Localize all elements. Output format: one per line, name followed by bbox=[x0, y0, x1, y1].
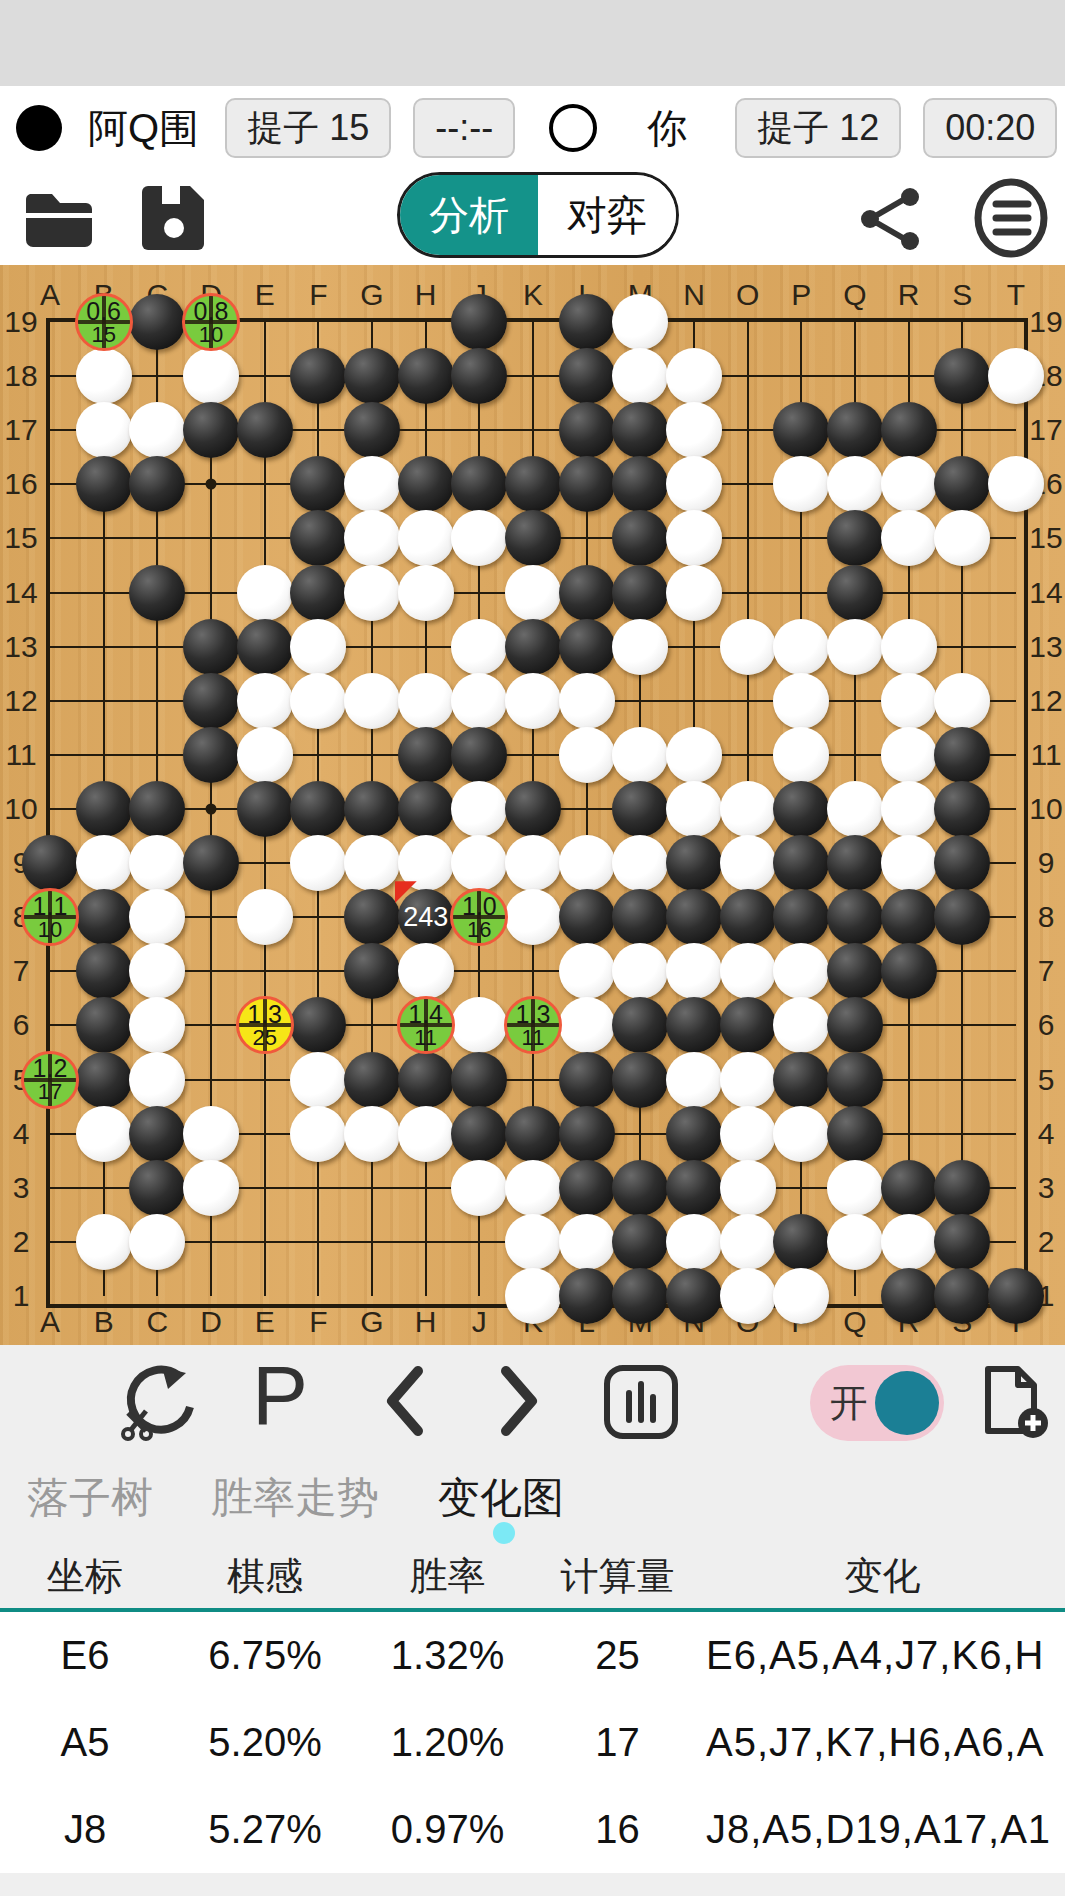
suggestion-winrate: 1.1 bbox=[33, 894, 68, 919]
row-number-left: 19 bbox=[4, 305, 37, 339]
variation-row-J8[interactable]: J85.27%0.97%16J8,A5,D19,A17,A1 bbox=[0, 1786, 1065, 1873]
stone-white-R15 bbox=[881, 510, 937, 566]
star-point bbox=[206, 804, 217, 815]
player-bar: 阿Q围 提子 15 --:-- 你 提子 12 00:20 bbox=[0, 86, 1065, 170]
column-letter-bottom: G bbox=[360, 1305, 383, 1339]
suggestion-winrate: 1.3 bbox=[247, 1002, 282, 1027]
tab-move-tree[interactable]: 落子树 bbox=[27, 1470, 153, 1526]
stone-white-B4 bbox=[76, 1106, 132, 1162]
stone-white-O1 bbox=[720, 1268, 776, 1324]
stone-black-R17 bbox=[881, 402, 937, 458]
stone-black-C19 bbox=[129, 294, 185, 350]
black-player-stone-icon bbox=[16, 105, 62, 151]
stone-white-N5 bbox=[666, 1052, 722, 1108]
row-number-right: 13 bbox=[1029, 630, 1062, 664]
stone-white-C6 bbox=[129, 997, 185, 1053]
cell-variation: E6,A5,A4,J7,K6,H bbox=[700, 1633, 1065, 1678]
navigation-toolbar: P 开 bbox=[0, 1345, 1065, 1460]
stone-white-M19 bbox=[612, 294, 668, 350]
stone-white-E12 bbox=[237, 673, 293, 729]
stone-white-P4 bbox=[773, 1106, 829, 1162]
row-number-left: 4 bbox=[13, 1117, 30, 1151]
stone-black-H5 bbox=[398, 1052, 454, 1108]
prev-move-button[interactable] bbox=[384, 1365, 426, 1437]
stone-black-G8 bbox=[344, 889, 400, 945]
stone-black-G5 bbox=[344, 1052, 400, 1108]
column-letter-top: A bbox=[40, 278, 60, 312]
suggestion-winrate: 1.2 bbox=[33, 1056, 68, 1081]
stone-black-N1 bbox=[666, 1268, 722, 1324]
stone-white-H12 bbox=[398, 673, 454, 729]
stone-black-P10 bbox=[773, 781, 829, 837]
stone-black-Q5 bbox=[827, 1052, 883, 1108]
stone-white-O3 bbox=[720, 1160, 776, 1216]
stone-black-D11 bbox=[183, 727, 239, 783]
stone-white-T18 bbox=[988, 348, 1044, 404]
stone-black-R1 bbox=[881, 1268, 937, 1324]
stone-white-S12 bbox=[934, 673, 990, 729]
col-winrate: 胜率 bbox=[360, 1551, 535, 1602]
stone-white-H4 bbox=[398, 1106, 454, 1162]
chart-button[interactable] bbox=[602, 1363, 680, 1441]
cell-policy: 5.20% bbox=[170, 1720, 360, 1765]
stone-black-C10 bbox=[129, 781, 185, 837]
tab-variation-diagram[interactable]: 变化图 bbox=[438, 1470, 564, 1526]
stone-black-S8 bbox=[934, 889, 990, 945]
cell-visits: 16 bbox=[535, 1807, 700, 1852]
stone-black-D12 bbox=[183, 673, 239, 729]
stone-black-M10 bbox=[612, 781, 668, 837]
stone-white-F4 bbox=[290, 1106, 346, 1162]
stone-white-K12 bbox=[505, 673, 561, 729]
stone-white-R12 bbox=[881, 673, 937, 729]
stone-black-M1 bbox=[612, 1268, 668, 1324]
black-captures-badge: 提子 15 bbox=[225, 98, 391, 158]
column-letter-bottom: C bbox=[146, 1305, 168, 1339]
stone-white-O10 bbox=[720, 781, 776, 837]
stone-white-P16 bbox=[773, 456, 829, 512]
row-number-left: 17 bbox=[4, 413, 37, 447]
stone-black-B10 bbox=[76, 781, 132, 837]
suggestion-D19[interactable]: 0.810 bbox=[182, 293, 240, 351]
chevron-left-icon bbox=[384, 1365, 426, 1437]
column-letter-bottom: F bbox=[309, 1305, 327, 1339]
column-letter-bottom: E bbox=[255, 1305, 275, 1339]
stone-black-R8 bbox=[881, 889, 937, 945]
cell-winrate: 1.20% bbox=[360, 1720, 535, 1765]
cell-variation: A5,J7,K7,H6,A6,A bbox=[700, 1720, 1065, 1765]
black-clock: --:-- bbox=[413, 98, 515, 158]
stone-white-E8 bbox=[237, 889, 293, 945]
stone-white-F5 bbox=[290, 1052, 346, 1108]
stone-black-S2 bbox=[934, 1214, 990, 1270]
stone-white-M11 bbox=[612, 727, 668, 783]
stone-black-F6 bbox=[290, 997, 346, 1053]
save-button[interactable] bbox=[140, 182, 210, 252]
stone-black-O8 bbox=[720, 889, 776, 945]
stone-white-N16 bbox=[666, 456, 722, 512]
stone-white-N15 bbox=[666, 510, 722, 566]
save-icon bbox=[140, 182, 210, 252]
share-icon bbox=[858, 186, 924, 252]
stone-white-O2 bbox=[720, 1214, 776, 1270]
stone-white-L7 bbox=[559, 943, 615, 999]
stone-black-O6 bbox=[720, 997, 776, 1053]
stone-white-D3 bbox=[183, 1160, 239, 1216]
suggestion-A8[interactable]: 1.110 bbox=[21, 888, 79, 946]
stone-white-K2 bbox=[505, 1214, 561, 1270]
stone-black-C16 bbox=[129, 456, 185, 512]
go-board[interactable]: AABBCCDDEEFFGGHHJJKKLLMMNNOOPPQQRRSSTT19… bbox=[0, 265, 1065, 1345]
stone-white-N11 bbox=[666, 727, 722, 783]
stone-white-H15 bbox=[398, 510, 454, 566]
stone-black-G18 bbox=[344, 348, 400, 404]
stone-white-R9 bbox=[881, 835, 937, 891]
cell-policy: 5.27% bbox=[170, 1807, 360, 1852]
mode-analysis-button[interactable]: 分析 bbox=[400, 175, 538, 255]
row-number-right: 10 bbox=[1029, 792, 1062, 826]
stone-white-G4 bbox=[344, 1106, 400, 1162]
stone-black-F16 bbox=[290, 456, 346, 512]
stone-black-L19 bbox=[559, 294, 615, 350]
stone-black-H18 bbox=[398, 348, 454, 404]
white-player-stone-icon bbox=[549, 104, 597, 152]
column-letter-bottom: B bbox=[94, 1305, 114, 1339]
stone-white-E14 bbox=[237, 565, 293, 621]
white-player-name: 你 bbox=[647, 101, 687, 156]
stone-white-C2 bbox=[129, 1214, 185, 1270]
stone-black-S18 bbox=[934, 348, 990, 404]
stone-white-C9 bbox=[129, 835, 185, 891]
stone-black-G10 bbox=[344, 781, 400, 837]
suggestion-A5[interactable]: 1.217 bbox=[21, 1051, 79, 1109]
col-coord: 坐标 bbox=[0, 1551, 170, 1602]
stone-white-P12 bbox=[773, 673, 829, 729]
stone-black-B16 bbox=[76, 456, 132, 512]
suggestion-K6[interactable]: 1.311 bbox=[504, 996, 562, 1054]
stone-white-L9 bbox=[559, 835, 615, 891]
row-number-right: 11 bbox=[1030, 738, 1061, 772]
cell-winrate: 0.97% bbox=[360, 1807, 535, 1852]
row-number-left: 18 bbox=[4, 359, 37, 393]
stone-black-D17 bbox=[183, 402, 239, 458]
stone-black-E13 bbox=[237, 619, 293, 675]
row-number-left: 10 bbox=[4, 792, 37, 826]
undo-cut-button[interactable] bbox=[116, 1363, 200, 1443]
stone-black-G7 bbox=[344, 943, 400, 999]
stone-black-Q15 bbox=[827, 510, 883, 566]
column-letter-top: F bbox=[309, 278, 327, 312]
row-number-right: 19 bbox=[1029, 305, 1062, 339]
stone-white-M13 bbox=[612, 619, 668, 675]
stone-white-O7 bbox=[720, 943, 776, 999]
stone-black-S10 bbox=[934, 781, 990, 837]
stone-white-G12 bbox=[344, 673, 400, 729]
stone-black-F15 bbox=[290, 510, 346, 566]
suggestion-winrate: 1.0 bbox=[462, 894, 497, 919]
suggestion-winrate: 0.6 bbox=[86, 299, 121, 324]
stone-black-M6 bbox=[612, 997, 668, 1053]
tab-winrate-trend[interactable]: 胜率走势 bbox=[211, 1470, 379, 1526]
suggestion-visits: 16 bbox=[467, 919, 491, 941]
stone-black-D9 bbox=[183, 835, 239, 891]
stone-white-O5 bbox=[720, 1052, 776, 1108]
stone-black-P8 bbox=[773, 889, 829, 945]
column-letter-bottom: J bbox=[472, 1305, 487, 1339]
stone-black-B5 bbox=[76, 1052, 132, 1108]
stone-white-K3 bbox=[505, 1160, 561, 1216]
row-number-right: 2 bbox=[1038, 1225, 1055, 1259]
row-number-left: 3 bbox=[13, 1171, 30, 1205]
stone-black-G17 bbox=[344, 402, 400, 458]
row-number-right: 15 bbox=[1029, 521, 1062, 555]
stone-black-S16 bbox=[934, 456, 990, 512]
stone-white-G16 bbox=[344, 456, 400, 512]
suggestion-visits: 25 bbox=[252, 1027, 276, 1049]
variation-row-A5[interactable]: A55.20%1.20%17A5,J7,K7,H6,A6,A bbox=[0, 1699, 1065, 1786]
black-player-name: 阿Q围 bbox=[88, 101, 199, 156]
row-number-left: 16 bbox=[4, 467, 37, 501]
stone-black-B6 bbox=[76, 997, 132, 1053]
stone-white-C8 bbox=[129, 889, 185, 945]
stone-black-Q8 bbox=[827, 889, 883, 945]
stone-black-M8 bbox=[612, 889, 668, 945]
white-clock: 00:20 bbox=[923, 98, 1057, 158]
stone-black-L1 bbox=[559, 1268, 615, 1324]
row-number-left: 6 bbox=[13, 1008, 30, 1042]
col-policy: 棋感 bbox=[170, 1551, 360, 1602]
tabs-row: 落子树 胜率走势 变化图 bbox=[0, 1460, 1065, 1545]
analysis-table-body: E66.75%1.32%25E6,A5,A4,J7,K6,HA55.20%1.2… bbox=[0, 1612, 1065, 1873]
stone-black-N3 bbox=[666, 1160, 722, 1216]
stone-black-K13 bbox=[505, 619, 561, 675]
stone-white-O9 bbox=[720, 835, 776, 891]
stone-black-J19 bbox=[451, 294, 507, 350]
menu-icon bbox=[972, 178, 1050, 258]
column-letter-top: O bbox=[736, 278, 759, 312]
stone-black-F10 bbox=[290, 781, 346, 837]
stone-black-Q14 bbox=[827, 565, 883, 621]
stone-white-M18 bbox=[612, 348, 668, 404]
stone-white-Q2 bbox=[827, 1214, 883, 1270]
stone-black-P5 bbox=[773, 1052, 829, 1108]
row-number-left: 2 bbox=[13, 1225, 30, 1259]
variation-row-E6[interactable]: E66.75%1.32%25E6,A5,A4,J7,K6,H bbox=[0, 1612, 1065, 1699]
row-number-right: 17 bbox=[1029, 413, 1062, 447]
toggle-knob bbox=[875, 1371, 939, 1435]
stone-white-H14 bbox=[398, 565, 454, 621]
column-letter-bottom: A bbox=[40, 1305, 60, 1339]
stone-black-E17 bbox=[237, 402, 293, 458]
column-letter-top: E bbox=[255, 278, 275, 312]
stone-black-L13 bbox=[559, 619, 615, 675]
stone-white-P13 bbox=[773, 619, 829, 675]
analysis-on-toggle[interactable]: 开 bbox=[810, 1365, 944, 1441]
suggestion-H6[interactable]: 1.411 bbox=[397, 996, 455, 1054]
column-letter-top: G bbox=[360, 278, 383, 312]
stone-white-K8 bbox=[505, 889, 561, 945]
stone-black-K10 bbox=[505, 781, 561, 837]
stone-black-K15 bbox=[505, 510, 561, 566]
stone-white-M9 bbox=[612, 835, 668, 891]
stone-black-H16 bbox=[398, 456, 454, 512]
column-letter-bottom: D bbox=[200, 1305, 222, 1339]
stone-black-C3 bbox=[129, 1160, 185, 1216]
row-number-left: 1 bbox=[13, 1279, 30, 1313]
stone-white-C7 bbox=[129, 943, 185, 999]
stone-white-B17 bbox=[76, 402, 132, 458]
stone-white-N7 bbox=[666, 943, 722, 999]
stone-white-G15 bbox=[344, 510, 400, 566]
stone-black-B8 bbox=[76, 889, 132, 945]
stone-black-J16 bbox=[451, 456, 507, 512]
cell-coord: A5 bbox=[0, 1720, 170, 1765]
stone-white-Q13 bbox=[827, 619, 883, 675]
suggestion-B19[interactable]: 0.615 bbox=[75, 293, 133, 351]
stone-white-Q3 bbox=[827, 1160, 883, 1216]
share-button[interactable] bbox=[858, 186, 924, 252]
suggestion-E6[interactable]: 1.325 bbox=[236, 996, 294, 1054]
cell-variation: J8,A5,D19,A17,A1 bbox=[700, 1807, 1065, 1852]
cell-winrate: 1.32% bbox=[360, 1633, 535, 1678]
stone-white-C17 bbox=[129, 402, 185, 458]
stone-black-L17 bbox=[559, 402, 615, 458]
mode-play-button[interactable]: 对弈 bbox=[538, 175, 676, 255]
stone-white-R10 bbox=[881, 781, 937, 837]
col-variation: 变化 bbox=[700, 1551, 1065, 1602]
stone-white-R16 bbox=[881, 456, 937, 512]
stone-white-K9 bbox=[505, 835, 561, 891]
stone-black-R7 bbox=[881, 943, 937, 999]
stone-white-H7 bbox=[398, 943, 454, 999]
stone-black-P9 bbox=[773, 835, 829, 891]
column-letter-top: Q bbox=[843, 278, 866, 312]
stone-white-S15 bbox=[934, 510, 990, 566]
column-letter-top: S bbox=[952, 278, 972, 312]
row-number-right: 12 bbox=[1029, 684, 1062, 718]
stone-white-L6 bbox=[559, 997, 615, 1053]
suggestion-visits: 15 bbox=[91, 324, 115, 346]
stone-white-Q10 bbox=[827, 781, 883, 837]
stone-white-G14 bbox=[344, 565, 400, 621]
stone-white-J15 bbox=[451, 510, 507, 566]
stone-black-K4 bbox=[505, 1106, 561, 1162]
stone-white-R13 bbox=[881, 619, 937, 675]
stone-white-Q16 bbox=[827, 456, 883, 512]
row-number-left: 12 bbox=[4, 684, 37, 718]
stone-white-P11 bbox=[773, 727, 829, 783]
stone-white-B2 bbox=[76, 1214, 132, 1270]
suggestion-visits: 17 bbox=[38, 1081, 62, 1103]
stone-white-R2 bbox=[881, 1214, 937, 1270]
stone-black-L16 bbox=[559, 456, 615, 512]
column-letter-top: T bbox=[1007, 278, 1025, 312]
suggestion-visits: 10 bbox=[199, 324, 223, 346]
stone-black-P17 bbox=[773, 402, 829, 458]
active-tab-dot bbox=[493, 1522, 515, 1544]
suggestion-winrate: 1.4 bbox=[408, 1002, 443, 1027]
stone-white-J12 bbox=[451, 673, 507, 729]
stone-black-J4 bbox=[451, 1106, 507, 1162]
pass-button[interactable]: P bbox=[252, 1347, 308, 1444]
stone-black-Q7 bbox=[827, 943, 883, 999]
stone-white-N17 bbox=[666, 402, 722, 458]
stone-black-C14 bbox=[129, 565, 185, 621]
stone-white-J6 bbox=[451, 997, 507, 1053]
cell-visits: 25 bbox=[535, 1633, 700, 1678]
next-move-button[interactable] bbox=[498, 1365, 540, 1437]
stone-black-L5 bbox=[559, 1052, 615, 1108]
stone-white-N14 bbox=[666, 565, 722, 621]
top-toolbar: 分析 对弈 bbox=[0, 170, 1065, 265]
stone-white-G9 bbox=[344, 835, 400, 891]
stone-white-J9 bbox=[451, 835, 507, 891]
stone-black-C4 bbox=[129, 1106, 185, 1162]
stone-white-P1 bbox=[773, 1268, 829, 1324]
bottom-panel: P 开 落子树 胜率走势 变化图 bbox=[0, 1345, 1065, 1896]
stone-white-K1 bbox=[505, 1268, 561, 1324]
stone-white-P7 bbox=[773, 943, 829, 999]
stone-black-L3 bbox=[559, 1160, 615, 1216]
row-number-right: 9 bbox=[1038, 846, 1055, 880]
stone-black-F18 bbox=[290, 348, 346, 404]
stone-black-S9 bbox=[934, 835, 990, 891]
stone-white-C5 bbox=[129, 1052, 185, 1108]
column-letter-top: H bbox=[415, 278, 437, 312]
stone-white-M7 bbox=[612, 943, 668, 999]
stone-black-K16 bbox=[505, 456, 561, 512]
stone-black-S1 bbox=[934, 1268, 990, 1324]
cell-visits: 17 bbox=[535, 1720, 700, 1765]
stone-black-R3 bbox=[881, 1160, 937, 1216]
row-number-right: 4 bbox=[1038, 1117, 1055, 1151]
suggestion-visits: 11 bbox=[522, 1027, 545, 1049]
new-variation-button[interactable] bbox=[976, 1363, 1052, 1441]
column-letter-bottom: H bbox=[415, 1305, 437, 1339]
stone-black-N4 bbox=[666, 1106, 722, 1162]
stone-white-N10 bbox=[666, 781, 722, 837]
row-number-left: 7 bbox=[13, 954, 30, 988]
row-number-left: 11 bbox=[5, 738, 36, 772]
stone-black-P2 bbox=[773, 1214, 829, 1270]
stone-black-J11 bbox=[451, 727, 507, 783]
column-letter-top: R bbox=[898, 278, 920, 312]
column-letter-top: K bbox=[523, 278, 543, 312]
stone-black-M17 bbox=[612, 402, 668, 458]
stone-white-E11 bbox=[237, 727, 293, 783]
stone-black-L14 bbox=[559, 565, 615, 621]
stone-black-Q6 bbox=[827, 997, 883, 1053]
stone-black-B7 bbox=[76, 943, 132, 999]
stone-white-N18 bbox=[666, 348, 722, 404]
white-captures-badge: 提子 12 bbox=[735, 98, 901, 158]
stone-black-N8 bbox=[666, 889, 722, 945]
suggestion-J8[interactable]: 1.016 bbox=[450, 888, 508, 946]
column-letter-bottom: Q bbox=[843, 1305, 866, 1339]
row-number-right: 3 bbox=[1038, 1171, 1055, 1205]
open-file-button[interactable] bbox=[22, 182, 96, 252]
stone-black-A9 bbox=[22, 835, 78, 891]
stone-black-H10 bbox=[398, 781, 454, 837]
stone-white-J3 bbox=[451, 1160, 507, 1216]
row-number-right: 8 bbox=[1038, 900, 1055, 934]
stone-black-L18 bbox=[559, 348, 615, 404]
menu-button[interactable] bbox=[972, 178, 1050, 258]
stone-white-L2 bbox=[559, 1214, 615, 1270]
stone-black-H11 bbox=[398, 727, 454, 783]
mode-toggle: 分析 对弈 bbox=[397, 172, 679, 258]
stone-black-Q4 bbox=[827, 1106, 883, 1162]
